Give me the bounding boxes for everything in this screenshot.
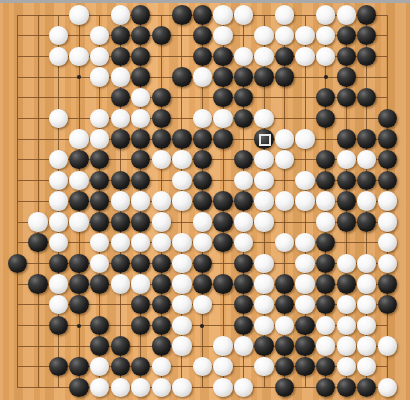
intersection[interactable]: ○ — [377, 232, 398, 253]
intersection[interactable] — [254, 87, 275, 108]
intersection[interactable] — [7, 294, 28, 315]
intersection[interactable] — [233, 129, 254, 150]
intersection[interactable] — [7, 87, 28, 108]
intersection[interactable]: ● — [233, 315, 254, 336]
intersection[interactable] — [377, 356, 398, 377]
intersection[interactable]: ○ — [254, 46, 275, 67]
intersection[interactable]: ● — [69, 149, 90, 170]
intersection[interactable]: ○ — [172, 294, 193, 315]
intersection[interactable] — [48, 67, 69, 88]
intersection[interactable]: ● — [151, 129, 172, 150]
intersection[interactable]: ○ — [254, 191, 275, 212]
intersection[interactable]: ● — [274, 377, 295, 398]
intersection[interactable]: ○ — [89, 25, 110, 46]
intersection[interactable]: ● — [89, 149, 110, 170]
intersection[interactable] — [69, 336, 90, 357]
intersection[interactable]: ○ — [89, 46, 110, 67]
intersection[interactable]: ● — [356, 46, 377, 67]
intersection[interactable]: ● — [315, 294, 336, 315]
intersection[interactable]: ○ — [110, 67, 131, 88]
intersection[interactable]: ○ — [213, 377, 234, 398]
intersection[interactable] — [233, 356, 254, 377]
intersection[interactable]: ● — [192, 129, 213, 150]
intersection[interactable] — [192, 87, 213, 108]
intersection[interactable]: ○ — [69, 46, 90, 67]
intersection[interactable] — [151, 67, 172, 88]
intersection[interactable] — [7, 25, 28, 46]
intersection[interactable] — [172, 108, 193, 129]
intersection[interactable]: ○ — [48, 294, 69, 315]
intersection[interactable]: ● — [48, 356, 69, 377]
intersection[interactable]: ○ — [295, 25, 316, 46]
intersection[interactable] — [48, 5, 69, 26]
intersection[interactable]: ○ — [254, 274, 275, 295]
intersection[interactable]: ● — [356, 87, 377, 108]
intersection[interactable]: ○ — [213, 5, 234, 26]
intersection[interactable] — [213, 294, 234, 315]
intersection[interactable] — [110, 315, 131, 336]
intersection[interactable]: ● — [89, 274, 110, 295]
intersection[interactable]: ○ — [274, 315, 295, 336]
intersection[interactable]: ○ — [172, 170, 193, 191]
intersection[interactable] — [69, 315, 90, 336]
go-board[interactable]: ○○●●●○○○○○●○○●●●●○○○○○●●○○○●●●●○○●○○●●○○… — [0, 0, 410, 400]
intersection[interactable]: ● — [192, 5, 213, 26]
intersection[interactable] — [7, 336, 28, 357]
intersection[interactable]: ● — [110, 46, 131, 67]
intersection[interactable]: ○ — [48, 191, 69, 212]
intersection[interactable]: ● — [315, 170, 336, 191]
intersection[interactable]: ○ — [356, 336, 377, 357]
intersection[interactable] — [48, 129, 69, 150]
intersection[interactable]: ● — [295, 315, 316, 336]
intersection[interactable]: ● — [192, 191, 213, 212]
intersection[interactable] — [28, 336, 49, 357]
intersection[interactable]: ○ — [254, 253, 275, 274]
intersection[interactable] — [48, 87, 69, 108]
intersection[interactable]: ● — [336, 191, 357, 212]
intersection[interactable]: ○ — [151, 149, 172, 170]
intersection[interactable]: ● — [274, 336, 295, 357]
intersection[interactable] — [336, 108, 357, 129]
intersection[interactable]: ● — [356, 377, 377, 398]
intersection[interactable] — [377, 87, 398, 108]
intersection[interactable]: ○ — [377, 191, 398, 212]
intersection[interactable]: ● — [110, 170, 131, 191]
intersection[interactable] — [295, 149, 316, 170]
intersection[interactable] — [151, 5, 172, 26]
intersection[interactable]: ● — [213, 211, 234, 232]
intersection[interactable]: ○ — [213, 336, 234, 357]
intersection[interactable] — [295, 377, 316, 398]
intersection[interactable]: ● — [130, 253, 151, 274]
intersection[interactable] — [28, 5, 49, 26]
intersection[interactable]: ○ — [69, 5, 90, 26]
intersection[interactable] — [7, 377, 28, 398]
intersection[interactable]: ○ — [48, 25, 69, 46]
intersection[interactable]: ● — [274, 274, 295, 295]
intersection[interactable]: ● — [130, 129, 151, 150]
intersection[interactable]: ● — [213, 67, 234, 88]
intersection[interactable] — [254, 5, 275, 26]
intersection[interactable] — [377, 25, 398, 46]
intersection[interactable] — [151, 46, 172, 67]
intersection[interactable]: ● — [130, 46, 151, 67]
intersection[interactable]: ○ — [110, 108, 131, 129]
intersection[interactable]: ○ — [233, 170, 254, 191]
intersection[interactable]: ○ — [192, 108, 213, 129]
intersection[interactable]: ● — [192, 149, 213, 170]
intersection[interactable]: ● — [89, 191, 110, 212]
intersection[interactable] — [28, 25, 49, 46]
intersection[interactable]: ● — [336, 211, 357, 232]
intersection[interactable] — [48, 336, 69, 357]
intersection[interactable]: ● — [28, 232, 49, 253]
intersection[interactable]: ○ — [172, 149, 193, 170]
intersection[interactable]: ○ — [151, 232, 172, 253]
intersection[interactable]: ● — [356, 129, 377, 150]
intersection[interactable]: ○ — [172, 315, 193, 336]
intersection[interactable] — [7, 149, 28, 170]
intersection[interactable]: ● — [233, 274, 254, 295]
intersection[interactable]: ○ — [48, 108, 69, 129]
intersection[interactable]: ○ — [48, 149, 69, 170]
intersection[interactable]: ○ — [233, 46, 254, 67]
intersection[interactable] — [295, 87, 316, 108]
intersection[interactable] — [110, 149, 131, 170]
intersection[interactable]: ○ — [48, 170, 69, 191]
intersection[interactable] — [172, 356, 193, 377]
intersection[interactable]: ○ — [274, 232, 295, 253]
intersection[interactable] — [28, 191, 49, 212]
intersection[interactable]: ● — [336, 170, 357, 191]
intersection[interactable] — [336, 232, 357, 253]
intersection[interactable]: ○ — [295, 253, 316, 274]
intersection[interactable]: ○ — [295, 46, 316, 67]
intersection[interactable]: ● — [377, 294, 398, 315]
intersection[interactable]: ● — [233, 294, 254, 315]
intersection[interactable]: ● — [336, 87, 357, 108]
intersection[interactable]: ● — [274, 356, 295, 377]
intersection[interactable]: ○ — [336, 336, 357, 357]
intersection[interactable]: ○ — [110, 377, 131, 398]
intersection[interactable] — [295, 211, 316, 232]
intersection[interactable]: ○ — [295, 170, 316, 191]
intersection[interactable] — [233, 25, 254, 46]
intersection[interactable]: ● — [110, 129, 131, 150]
intersection[interactable] — [69, 25, 90, 46]
intersection[interactable] — [172, 211, 193, 232]
intersection[interactable]: ○ — [48, 211, 69, 232]
intersection[interactable] — [28, 129, 49, 150]
intersection[interactable]: ○ — [254, 108, 275, 129]
intersection[interactable]: ● — [89, 211, 110, 232]
intersection[interactable]: ○ — [295, 129, 316, 150]
intersection[interactable]: ● — [172, 129, 193, 150]
intersection[interactable]: ○ — [213, 25, 234, 46]
intersection[interactable]: ○ — [233, 5, 254, 26]
intersection[interactable]: ○ — [315, 315, 336, 336]
intersection[interactable] — [7, 108, 28, 129]
intersection[interactable]: ● — [69, 191, 90, 212]
intersection[interactable] — [213, 170, 234, 191]
intersection[interactable] — [28, 108, 49, 129]
intersection[interactable]: ○ — [172, 274, 193, 295]
intersection[interactable]: ○ — [274, 5, 295, 26]
intersection[interactable]: ● — [130, 67, 151, 88]
intersection[interactable]: ● — [295, 336, 316, 357]
intersection[interactable]: ● — [48, 315, 69, 336]
intersection[interactable]: ● — [336, 274, 357, 295]
intersection[interactable] — [172, 87, 193, 108]
intersection[interactable]: ○ — [254, 315, 275, 336]
intersection[interactable]: ● — [151, 315, 172, 336]
intersection[interactable] — [89, 87, 110, 108]
intersection[interactable] — [28, 67, 49, 88]
intersection[interactable]: ○ — [295, 191, 316, 212]
intersection[interactable]: ○ — [295, 274, 316, 295]
intersection[interactable]: ○ — [233, 377, 254, 398]
intersection[interactable]: ● — [110, 211, 131, 232]
intersection[interactable]: ● — [89, 336, 110, 357]
intersection[interactable]: ○ — [130, 274, 151, 295]
intersection[interactable]: ● — [356, 5, 377, 26]
intersection[interactable]: ● — [315, 232, 336, 253]
intersection[interactable] — [89, 5, 110, 26]
intersection[interactable]: ○ — [151, 191, 172, 212]
intersection[interactable] — [274, 170, 295, 191]
intersection[interactable]: ○ — [151, 356, 172, 377]
intersection[interactable] — [28, 315, 49, 336]
intersection[interactable] — [7, 211, 28, 232]
intersection[interactable] — [172, 46, 193, 67]
intersection[interactable]: ○ — [110, 5, 131, 26]
intersection[interactable]: ○ — [192, 356, 213, 377]
intersection[interactable]: ● — [130, 356, 151, 377]
intersection[interactable] — [377, 5, 398, 26]
intersection[interactable]: ● — [233, 108, 254, 129]
intersection[interactable] — [28, 377, 49, 398]
intersection[interactable] — [69, 232, 90, 253]
intersection[interactable] — [28, 294, 49, 315]
intersection[interactable]: ● — [69, 356, 90, 377]
intersection[interactable]: ○ — [315, 5, 336, 26]
intersection[interactable]: ● — [151, 274, 172, 295]
intersection[interactable]: ● — [315, 87, 336, 108]
intersection[interactable]: ● — [254, 67, 275, 88]
intersection[interactable]: ● — [69, 253, 90, 274]
intersection[interactable]: ○ — [377, 377, 398, 398]
intersection[interactable]: ● — [377, 108, 398, 129]
intersection[interactable] — [254, 377, 275, 398]
intersection[interactable] — [69, 67, 90, 88]
intersection[interactable]: ● — [69, 377, 90, 398]
intersection[interactable]: ○ — [336, 356, 357, 377]
intersection[interactable] — [7, 315, 28, 336]
intersection[interactable]: ● — [28, 274, 49, 295]
intersection[interactable] — [315, 67, 336, 88]
intersection[interactable]: ○ — [356, 294, 377, 315]
intersection[interactable] — [213, 315, 234, 336]
intersection[interactable]: ● — [274, 67, 295, 88]
intersection[interactable]: ● — [377, 170, 398, 191]
intersection[interactable]: ○ — [110, 274, 131, 295]
intersection[interactable]: ● — [336, 25, 357, 46]
intersection[interactable]: ● — [130, 315, 151, 336]
intersection[interactable]: ● — [130, 149, 151, 170]
intersection[interactable]: ● — [336, 129, 357, 150]
intersection[interactable]: ● — [213, 46, 234, 67]
intersection[interactable] — [7, 274, 28, 295]
intersection[interactable]: ○ — [274, 191, 295, 212]
intersection[interactable] — [7, 5, 28, 26]
intersection[interactable]: ○ — [192, 294, 213, 315]
intersection[interactable] — [110, 294, 131, 315]
intersection[interactable]: ○ — [172, 253, 193, 274]
intersection[interactable]: ○ — [377, 211, 398, 232]
intersection[interactable] — [213, 149, 234, 170]
intersection[interactable]: ● — [233, 149, 254, 170]
intersection[interactable]: ● — [110, 336, 131, 357]
intersection[interactable]: ● — [89, 170, 110, 191]
intersection[interactable]: ○ — [130, 108, 151, 129]
intersection[interactable]: ● — [295, 356, 316, 377]
intersection[interactable]: ○ — [336, 5, 357, 26]
intersection[interactable] — [69, 108, 90, 129]
intersection[interactable]: ● — [192, 25, 213, 46]
intersection[interactable] — [274, 253, 295, 274]
intersection[interactable]: ● — [110, 87, 131, 108]
intersection[interactable]: ○ — [172, 336, 193, 357]
intersection[interactable]: ● — [110, 253, 131, 274]
intersection[interactable] — [356, 67, 377, 88]
intersection[interactable] — [7, 232, 28, 253]
intersection[interactable]: ● — [213, 191, 234, 212]
intersection[interactable]: ● — [151, 336, 172, 357]
intersection[interactable]: ○ — [192, 67, 213, 88]
intersection[interactable]: ○ — [233, 211, 254, 232]
intersection[interactable] — [28, 46, 49, 67]
intersection[interactable]: ○ — [254, 170, 275, 191]
intersection[interactable] — [315, 129, 336, 150]
intersection[interactable]: ● — [377, 129, 398, 150]
intersection[interactable]: ○ — [89, 356, 110, 377]
intersection[interactable]: ● — [315, 149, 336, 170]
intersection[interactable]: ● — [130, 294, 151, 315]
intersection[interactable]: ● — [192, 253, 213, 274]
intersection[interactable]: ● — [151, 294, 172, 315]
intersection[interactable]: ○ — [315, 336, 336, 357]
intersection[interactable]: ○ — [89, 377, 110, 398]
intersection[interactable]: ● — [130, 5, 151, 26]
intersection[interactable]: ○ — [89, 253, 110, 274]
intersection[interactable]: ○ — [151, 211, 172, 232]
intersection[interactable]: ○ — [233, 232, 254, 253]
intersection[interactable]: ● — [356, 211, 377, 232]
intersection[interactable]: ● — [336, 67, 357, 88]
intersection[interactable]: ● — [315, 356, 336, 377]
intersection[interactable] — [28, 149, 49, 170]
intersection[interactable]: ○ — [89, 67, 110, 88]
intersection[interactable] — [377, 46, 398, 67]
intersection[interactable] — [69, 87, 90, 108]
intersection[interactable]: ○ — [336, 315, 357, 336]
intersection[interactable]: ○ — [69, 211, 90, 232]
intersection[interactable]: ● — [110, 356, 131, 377]
intersection[interactable]: ○ — [356, 253, 377, 274]
intersection[interactable]: ● — [336, 46, 357, 67]
intersection[interactable]: ● — [213, 129, 234, 150]
intersection[interactable]: ○ — [254, 356, 275, 377]
intersection[interactable]: ○ — [28, 211, 49, 232]
intersection[interactable]: ● — [213, 232, 234, 253]
intersection[interactable]: ○ — [213, 356, 234, 377]
intersection[interactable]: ● — [151, 108, 172, 129]
intersection[interactable]: ● — [377, 149, 398, 170]
intersection[interactable]: ● — [172, 67, 193, 88]
intersection[interactable]: ○ — [151, 377, 172, 398]
intersection[interactable]: ○ — [192, 211, 213, 232]
intersection[interactable]: ● — [377, 274, 398, 295]
intersection[interactable] — [7, 356, 28, 377]
intersection[interactable]: ○ — [274, 149, 295, 170]
intersection[interactable] — [48, 377, 69, 398]
intersection[interactable]: ● — [213, 274, 234, 295]
intersection[interactable]: ● — [110, 25, 131, 46]
intersection[interactable]: ○ — [172, 377, 193, 398]
intersection[interactable] — [274, 108, 295, 129]
intersection[interactable]: ● — [233, 87, 254, 108]
intersection[interactable]: ● — [213, 87, 234, 108]
intersection[interactable]: ○ — [254, 294, 275, 315]
intersection[interactable]: ○ — [377, 253, 398, 274]
intersection[interactable]: ● — [274, 46, 295, 67]
intersection[interactable] — [28, 87, 49, 108]
intersection[interactable]: ● — [69, 274, 90, 295]
intersection[interactable]: ○ — [69, 129, 90, 150]
intersection[interactable]: ○ — [89, 232, 110, 253]
intersection[interactable]: ● — [48, 253, 69, 274]
intersection[interactable]: ● — [233, 253, 254, 274]
intersection[interactable]: ○ — [233, 336, 254, 357]
intersection[interactable]: ○ — [89, 108, 110, 129]
intersection[interactable]: ○ — [336, 294, 357, 315]
intersection[interactable]: ● — [336, 377, 357, 398]
intersection[interactable] — [130, 336, 151, 357]
intersection[interactable]: ○ — [377, 336, 398, 357]
intersection[interactable]: ● — [254, 129, 275, 150]
intersection[interactable] — [295, 67, 316, 88]
intersection[interactable]: ○ — [89, 129, 110, 150]
intersection[interactable] — [7, 191, 28, 212]
intersection[interactable]: ○ — [130, 232, 151, 253]
intersection[interactable] — [274, 87, 295, 108]
intersection[interactable]: ● — [254, 336, 275, 357]
intersection[interactable]: ● — [315, 377, 336, 398]
intersection[interactable] — [377, 315, 398, 336]
intersection[interactable]: ● — [356, 25, 377, 46]
intersection[interactable]: ● — [274, 294, 295, 315]
intersection[interactable]: ● — [192, 170, 213, 191]
intersection[interactable] — [356, 232, 377, 253]
intersection[interactable]: ○ — [213, 108, 234, 129]
intersection[interactable]: ○ — [336, 149, 357, 170]
intersection[interactable]: ○ — [315, 211, 336, 232]
intersection[interactable]: ○ — [130, 377, 151, 398]
intersection[interactable]: ● — [89, 315, 110, 336]
intersection[interactable]: ○ — [69, 170, 90, 191]
intersection[interactable]: ○ — [110, 232, 131, 253]
